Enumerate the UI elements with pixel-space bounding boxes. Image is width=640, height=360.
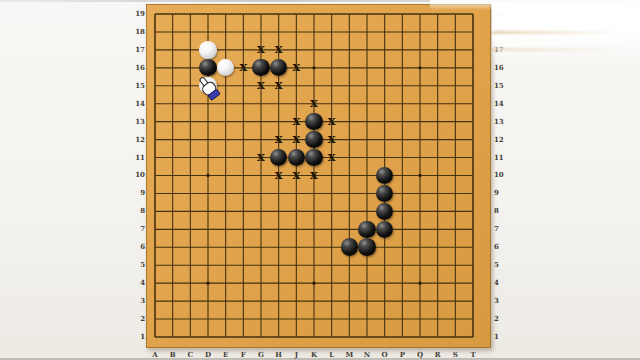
intersection-B6[interactable] [164,238,182,256]
intersection-M19[interactable] [340,5,358,23]
intersection-M1[interactable] [340,328,358,346]
intersection-P4[interactable] [393,274,411,292]
intersection-L5[interactable] [323,256,341,274]
intersection-Q15[interactable] [411,77,429,95]
intersection-H12[interactable]: x [270,131,288,149]
intersection-J8[interactable] [287,202,305,220]
intersection-B18[interactable] [164,23,182,41]
intersection-O12[interactable] [376,131,394,149]
intersection-E8[interactable] [217,202,235,220]
intersection-A13[interactable] [146,113,164,131]
intersection-B7[interactable] [164,220,182,238]
intersection-M4[interactable] [340,274,358,292]
intersection-R4[interactable] [429,274,447,292]
intersection-O11[interactable] [376,149,394,167]
intersection-G4[interactable] [252,274,270,292]
intersection-G7[interactable] [252,220,270,238]
intersection-A6[interactable] [146,238,164,256]
intersection-K2[interactable] [305,310,323,328]
intersection-J5[interactable] [287,256,305,274]
intersection-R11[interactable] [429,149,447,167]
intersection-D2[interactable] [199,310,217,328]
intersection-S18[interactable] [446,23,464,41]
intersection-R9[interactable] [429,184,447,202]
intersection-N17[interactable] [358,41,376,59]
intersection-C1[interactable] [182,328,200,346]
intersection-M6[interactable] [340,238,358,256]
intersection-L12[interactable]: x [323,131,341,149]
intersection-J14[interactable] [287,95,305,113]
intersection-G11[interactable]: x [252,149,270,167]
intersection-F5[interactable] [234,256,252,274]
intersection-E12[interactable] [217,131,235,149]
intersection-Q1[interactable] [411,328,429,346]
intersection-C18[interactable] [182,23,200,41]
intersection-K12[interactable] [305,131,323,149]
intersection-A9[interactable] [146,184,164,202]
intersection-E4[interactable] [217,274,235,292]
intersection-K16[interactable] [305,59,323,77]
intersection-T17[interactable] [464,41,482,59]
intersection-M13[interactable] [340,113,358,131]
intersection-H15[interactable]: x [270,77,288,95]
intersection-M5[interactable] [340,256,358,274]
intersection-N11[interactable] [358,149,376,167]
intersection-A3[interactable] [146,292,164,310]
intersection-J17[interactable] [287,41,305,59]
intersection-S5[interactable] [446,256,464,274]
intersection-G12[interactable] [252,131,270,149]
intersection-L6[interactable] [323,238,341,256]
intersection-K19[interactable] [305,5,323,23]
intersection-P11[interactable] [393,149,411,167]
intersection-D10[interactable] [199,166,217,184]
intersection-H19[interactable] [270,5,288,23]
intersection-O18[interactable] [376,23,394,41]
intersection-O1[interactable] [376,328,394,346]
intersection-G5[interactable] [252,256,270,274]
intersection-C17[interactable] [182,41,200,59]
intersection-S6[interactable] [446,238,464,256]
intersection-C2[interactable] [182,310,200,328]
intersection-G1[interactable] [252,328,270,346]
intersection-E5[interactable] [217,256,235,274]
intersection-Q17[interactable] [411,41,429,59]
intersection-R3[interactable] [429,292,447,310]
intersection-Q14[interactable] [411,95,429,113]
intersection-R15[interactable] [429,77,447,95]
intersection-B2[interactable] [164,310,182,328]
intersection-O15[interactable] [376,77,394,95]
intersection-T16[interactable] [464,59,482,77]
intersection-B3[interactable] [164,292,182,310]
intersection-C5[interactable] [182,256,200,274]
intersection-Q19[interactable] [411,5,429,23]
intersection-T14[interactable] [464,95,482,113]
intersection-K11[interactable] [305,149,323,167]
intersection-B4[interactable] [164,274,182,292]
intersection-R1[interactable] [429,328,447,346]
intersection-E9[interactable] [217,184,235,202]
intersection-S2[interactable] [446,310,464,328]
intersection-F7[interactable] [234,220,252,238]
intersection-G13[interactable] [252,113,270,131]
intersection-Q13[interactable] [411,113,429,131]
intersection-K5[interactable] [305,256,323,274]
intersection-G8[interactable] [252,202,270,220]
intersection-N7[interactable] [358,220,376,238]
intersection-O14[interactable] [376,95,394,113]
intersection-G3[interactable] [252,292,270,310]
intersection-O6[interactable] [376,238,394,256]
intersection-L9[interactable] [323,184,341,202]
intersection-S12[interactable] [446,131,464,149]
intersection-B10[interactable] [164,166,182,184]
intersection-F2[interactable] [234,310,252,328]
intersection-Q4[interactable] [411,274,429,292]
intersection-J6[interactable] [287,238,305,256]
intersection-B9[interactable] [164,184,182,202]
intersection-H13[interactable] [270,113,288,131]
intersection-N2[interactable] [358,310,376,328]
intersection-D9[interactable] [199,184,217,202]
intersection-O4[interactable] [376,274,394,292]
intersection-K3[interactable] [305,292,323,310]
intersection-O19[interactable] [376,5,394,23]
intersection-M11[interactable] [340,149,358,167]
intersection-Q7[interactable] [411,220,429,238]
intersection-D8[interactable] [199,202,217,220]
intersection-L16[interactable] [323,59,341,77]
intersection-F18[interactable] [234,23,252,41]
intersection-M8[interactable] [340,202,358,220]
intersection-G15[interactable]: x [252,77,270,95]
intersection-L1[interactable] [323,328,341,346]
intersection-C19[interactable] [182,5,200,23]
intersection-P6[interactable] [393,238,411,256]
intersection-O8[interactable] [376,202,394,220]
intersection-G16[interactable] [252,59,270,77]
intersection-J15[interactable] [287,77,305,95]
intersection-P16[interactable] [393,59,411,77]
intersection-E2[interactable] [217,310,235,328]
intersection-Q5[interactable] [411,256,429,274]
intersection-H14[interactable] [270,95,288,113]
intersection-A2[interactable] [146,310,164,328]
intersection-A11[interactable] [146,149,164,167]
intersection-C16[interactable] [182,59,200,77]
intersection-R6[interactable] [429,238,447,256]
intersection-C15[interactable] [182,77,200,95]
intersection-P8[interactable] [393,202,411,220]
intersection-E13[interactable] [217,113,235,131]
intersection-L13[interactable]: x [323,113,341,131]
intersection-R8[interactable] [429,202,447,220]
intersection-J1[interactable] [287,328,305,346]
intersection-A1[interactable] [146,328,164,346]
intersection-F14[interactable] [234,95,252,113]
intersection-L19[interactable] [323,5,341,23]
intersection-E3[interactable] [217,292,235,310]
intersection-H1[interactable] [270,328,288,346]
intersection-H4[interactable] [270,274,288,292]
intersection-K17[interactable] [305,41,323,59]
intersection-T10[interactable] [464,166,482,184]
intersection-G10[interactable] [252,166,270,184]
intersection-J4[interactable] [287,274,305,292]
intersection-R5[interactable] [429,256,447,274]
intersection-E14[interactable] [217,95,235,113]
intersection-M9[interactable] [340,184,358,202]
intersection-O5[interactable] [376,256,394,274]
intersection-P15[interactable] [393,77,411,95]
intersection-T18[interactable] [464,23,482,41]
intersection-C10[interactable] [182,166,200,184]
intersection-H16[interactable] [270,59,288,77]
intersection-O9[interactable] [376,184,394,202]
intersection-F17[interactable] [234,41,252,59]
intersection-B8[interactable] [164,202,182,220]
intersection-A5[interactable] [146,256,164,274]
intersection-M7[interactable] [340,220,358,238]
intersection-Q11[interactable] [411,149,429,167]
intersection-K4[interactable] [305,274,323,292]
intersection-J9[interactable] [287,184,305,202]
intersection-J2[interactable] [287,310,305,328]
intersection-R12[interactable] [429,131,447,149]
intersection-H18[interactable] [270,23,288,41]
intersection-E16[interactable] [217,59,235,77]
intersection-S16[interactable] [446,59,464,77]
intersection-F19[interactable] [234,5,252,23]
intersection-K9[interactable] [305,184,323,202]
intersection-S9[interactable] [446,184,464,202]
intersection-F16[interactable]: x [234,59,252,77]
intersection-A4[interactable] [146,274,164,292]
intersection-M14[interactable] [340,95,358,113]
intersection-J19[interactable] [287,5,305,23]
intersection-M2[interactable] [340,310,358,328]
intersection-C11[interactable] [182,149,200,167]
intersection-D11[interactable] [199,149,217,167]
intersection-P9[interactable] [393,184,411,202]
intersection-A17[interactable] [146,41,164,59]
intersection-H11[interactable] [270,149,288,167]
intersection-C6[interactable] [182,238,200,256]
intersection-P14[interactable] [393,95,411,113]
intersection-S4[interactable] [446,274,464,292]
intersection-T11[interactable] [464,149,482,167]
intersection-N3[interactable] [358,292,376,310]
intersection-Q9[interactable] [411,184,429,202]
intersection-L2[interactable] [323,310,341,328]
intersection-A18[interactable] [146,23,164,41]
intersection-J12[interactable]: x [287,131,305,149]
intersection-M3[interactable] [340,292,358,310]
intersection-H3[interactable] [270,292,288,310]
intersection-T15[interactable] [464,77,482,95]
intersection-R18[interactable] [429,23,447,41]
intersection-K18[interactable] [305,23,323,41]
go-board[interactable]: xxxxxxxxxxxxxxxxx [146,4,491,348]
intersection-F10[interactable] [234,166,252,184]
intersection-N1[interactable] [358,328,376,346]
intersection-F8[interactable] [234,202,252,220]
intersection-T12[interactable] [464,131,482,149]
intersection-G14[interactable] [252,95,270,113]
intersection-K10[interactable]: x [305,166,323,184]
intersection-P10[interactable] [393,166,411,184]
intersection-J13[interactable]: x [287,113,305,131]
intersection-A16[interactable] [146,59,164,77]
intersection-D13[interactable] [199,113,217,131]
intersection-R16[interactable] [429,59,447,77]
intersection-K7[interactable] [305,220,323,238]
intersection-A15[interactable] [146,77,164,95]
intersection-F4[interactable] [234,274,252,292]
intersection-B14[interactable] [164,95,182,113]
intersection-A7[interactable] [146,220,164,238]
intersection-L14[interactable] [323,95,341,113]
intersection-J3[interactable] [287,292,305,310]
intersection-D7[interactable] [199,220,217,238]
intersection-B11[interactable] [164,149,182,167]
intersection-A12[interactable] [146,131,164,149]
intersection-B19[interactable] [164,5,182,23]
intersection-E1[interactable] [217,328,235,346]
intersection-A14[interactable] [146,95,164,113]
intersection-P19[interactable] [393,5,411,23]
intersection-F11[interactable] [234,149,252,167]
intersection-P18[interactable] [393,23,411,41]
intersection-K6[interactable] [305,238,323,256]
intersection-K13[interactable] [305,113,323,131]
intersection-M12[interactable] [340,131,358,149]
intersection-T6[interactable] [464,238,482,256]
intersection-C13[interactable] [182,113,200,131]
intersection-D3[interactable] [199,292,217,310]
intersection-N12[interactable] [358,131,376,149]
intersection-P5[interactable] [393,256,411,274]
intersection-D6[interactable] [199,238,217,256]
intersection-E7[interactable] [217,220,235,238]
intersection-H7[interactable] [270,220,288,238]
intersection-D1[interactable] [199,328,217,346]
intersection-N9[interactable] [358,184,376,202]
intersection-O13[interactable] [376,113,394,131]
intersection-T5[interactable] [464,256,482,274]
intersection-S17[interactable] [446,41,464,59]
intersection-P13[interactable] [393,113,411,131]
intersection-T4[interactable] [464,274,482,292]
intersection-S1[interactable] [446,328,464,346]
intersection-J18[interactable] [287,23,305,41]
intersection-N13[interactable] [358,113,376,131]
intersection-R17[interactable] [429,41,447,59]
intersection-N14[interactable] [358,95,376,113]
intersection-N6[interactable] [358,238,376,256]
intersection-D14[interactable] [199,95,217,113]
intersection-Q16[interactable] [411,59,429,77]
intersection-F13[interactable] [234,113,252,131]
intersection-H17[interactable]: x [270,41,288,59]
intersection-E15[interactable] [217,77,235,95]
intersection-C9[interactable] [182,184,200,202]
intersection-B1[interactable] [164,328,182,346]
intersection-E11[interactable] [217,149,235,167]
intersection-G19[interactable] [252,5,270,23]
intersection-N15[interactable] [358,77,376,95]
intersection-F9[interactable] [234,184,252,202]
intersection-B16[interactable] [164,59,182,77]
intersection-N4[interactable] [358,274,376,292]
intersection-B12[interactable] [164,131,182,149]
intersection-S11[interactable] [446,149,464,167]
intersection-M18[interactable] [340,23,358,41]
intersection-Q6[interactable] [411,238,429,256]
intersection-F6[interactable] [234,238,252,256]
intersection-R2[interactable] [429,310,447,328]
intersection-E18[interactable] [217,23,235,41]
intersection-A19[interactable] [146,5,164,23]
intersection-S15[interactable] [446,77,464,95]
intersection-G9[interactable] [252,184,270,202]
intersection-S3[interactable] [446,292,464,310]
intersection-T9[interactable] [464,184,482,202]
intersection-R10[interactable] [429,166,447,184]
intersection-T7[interactable] [464,220,482,238]
intersection-T13[interactable] [464,113,482,131]
intersection-C4[interactable] [182,274,200,292]
intersection-P2[interactable] [393,310,411,328]
intersection-D4[interactable] [199,274,217,292]
intersection-M15[interactable] [340,77,358,95]
intersection-O10[interactable] [376,166,394,184]
intersection-O17[interactable] [376,41,394,59]
intersection-P7[interactable] [393,220,411,238]
intersection-D18[interactable] [199,23,217,41]
intersection-L4[interactable] [323,274,341,292]
intersection-K15[interactable] [305,77,323,95]
intersection-C8[interactable] [182,202,200,220]
intersection-Q3[interactable] [411,292,429,310]
intersection-E17[interactable] [217,41,235,59]
intersection-S8[interactable] [446,202,464,220]
intersection-S10[interactable] [446,166,464,184]
intersection-P3[interactable] [393,292,411,310]
intersection-C12[interactable] [182,131,200,149]
intersection-R13[interactable] [429,113,447,131]
intersection-A10[interactable] [146,166,164,184]
intersection-T3[interactable] [464,292,482,310]
intersection-L10[interactable] [323,166,341,184]
intersection-T2[interactable] [464,310,482,328]
intersection-F3[interactable] [234,292,252,310]
intersection-O16[interactable] [376,59,394,77]
intersection-D19[interactable] [199,5,217,23]
intersection-M16[interactable] [340,59,358,77]
intersection-R7[interactable] [429,220,447,238]
intersection-O2[interactable] [376,310,394,328]
intersection-B17[interactable] [164,41,182,59]
intersection-S7[interactable] [446,220,464,238]
intersection-L17[interactable] [323,41,341,59]
intersection-Q8[interactable] [411,202,429,220]
intersection-Q2[interactable] [411,310,429,328]
intersection-J16[interactable]: x [287,59,305,77]
intersection-P1[interactable] [393,328,411,346]
intersection-J7[interactable] [287,220,305,238]
